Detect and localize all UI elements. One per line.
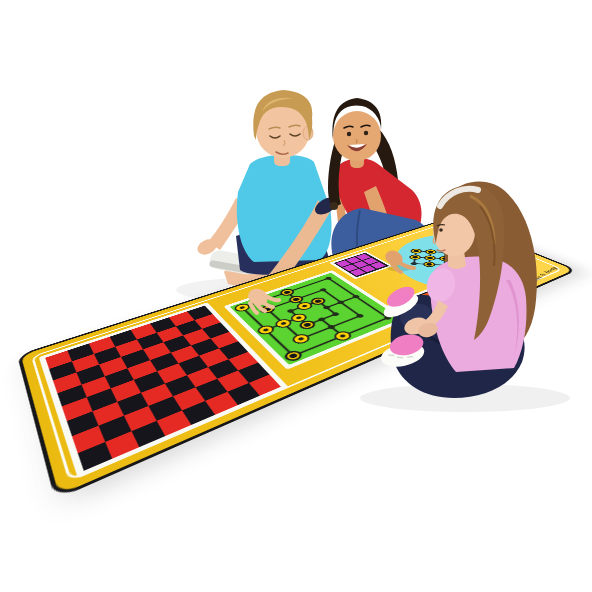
girl-middle-pointing-hand [383,248,414,272]
scene: Melissa & Doug [0,0,592,592]
girl-right [360,181,570,412]
girl-right-eye [439,228,443,232]
children-front-layer [0,0,592,592]
boy-hand-on-rug [246,286,279,313]
